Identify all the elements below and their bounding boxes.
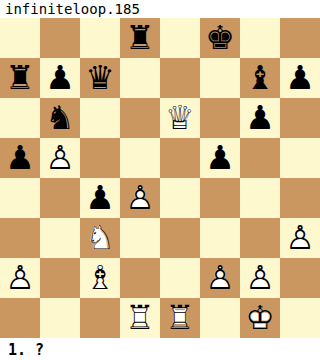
square-a1[interactable] [0, 298, 40, 338]
square-c6[interactable] [80, 98, 120, 138]
square-c7[interactable]: ♛︎ [80, 58, 120, 98]
square-c3[interactable]: ♞︎♘︎ [80, 218, 120, 258]
square-f8[interactable]: ♚︎ [200, 18, 240, 58]
square-a8[interactable] [0, 18, 40, 58]
square-d2[interactable] [120, 258, 160, 298]
square-d3[interactable] [120, 218, 160, 258]
square-g3[interactable] [240, 218, 280, 258]
white-queen-piece: ♛︎♕︎ [160, 98, 200, 138]
square-b7[interactable]: ♟︎ [40, 58, 80, 98]
square-f7[interactable] [200, 58, 240, 98]
square-e3[interactable] [160, 218, 200, 258]
square-c4[interactable]: ♟︎ [80, 178, 120, 218]
square-c8[interactable] [80, 18, 120, 58]
square-g8[interactable] [240, 18, 280, 58]
square-c2[interactable]: ♝︎♗︎ [80, 258, 120, 298]
square-f6[interactable] [200, 98, 240, 138]
square-e1[interactable]: ♜︎♖︎ [160, 298, 200, 338]
black-bishop-piece: ♝︎ [240, 58, 280, 98]
square-g4[interactable] [240, 178, 280, 218]
square-a4[interactable] [0, 178, 40, 218]
white-pawn-piece: ♟︎♙︎ [200, 258, 240, 298]
square-h4[interactable] [280, 178, 320, 218]
square-d5[interactable] [120, 138, 160, 178]
black-rook-piece: ♜︎ [120, 18, 160, 58]
white-pawn-piece: ♟︎♙︎ [40, 138, 80, 178]
square-f4[interactable] [200, 178, 240, 218]
square-b1[interactable] [40, 298, 80, 338]
square-d7[interactable] [120, 58, 160, 98]
square-b8[interactable] [40, 18, 80, 58]
square-b6[interactable]: ♞︎ [40, 98, 80, 138]
white-pawn-piece: ♟︎♙︎ [120, 178, 160, 218]
square-g2[interactable]: ♟︎♙︎ [240, 258, 280, 298]
black-knight-piece: ♞︎ [40, 98, 80, 138]
square-a3[interactable] [0, 218, 40, 258]
square-d8[interactable]: ♜︎ [120, 18, 160, 58]
square-h6[interactable] [280, 98, 320, 138]
white-pawn-piece: ♟︎♙︎ [0, 258, 40, 298]
square-e5[interactable] [160, 138, 200, 178]
white-rook-piece: ♜︎♖︎ [160, 298, 200, 338]
black-pawn-piece: ♟︎ [200, 138, 240, 178]
square-a5[interactable]: ♟︎ [0, 138, 40, 178]
square-g5[interactable] [240, 138, 280, 178]
square-h2[interactable] [280, 258, 320, 298]
square-g7[interactable]: ♝︎ [240, 58, 280, 98]
square-e4[interactable] [160, 178, 200, 218]
square-b5[interactable]: ♟︎♙︎ [40, 138, 80, 178]
black-queen-piece: ♛︎ [80, 58, 120, 98]
square-e7[interactable] [160, 58, 200, 98]
white-bishop-piece: ♝︎♗︎ [80, 258, 120, 298]
square-h7[interactable]: ♟︎ [280, 58, 320, 98]
square-h5[interactable] [280, 138, 320, 178]
square-f1[interactable] [200, 298, 240, 338]
square-c1[interactable] [80, 298, 120, 338]
black-pawn-piece: ♟︎ [240, 98, 280, 138]
square-g6[interactable]: ♟︎ [240, 98, 280, 138]
square-f5[interactable]: ♟︎ [200, 138, 240, 178]
square-d4[interactable]: ♟︎♙︎ [120, 178, 160, 218]
square-e6[interactable]: ♛︎♕︎ [160, 98, 200, 138]
black-king-piece: ♚︎ [200, 18, 240, 58]
square-h8[interactable] [280, 18, 320, 58]
square-g1[interactable]: ♚︎♔︎ [240, 298, 280, 338]
square-a6[interactable] [0, 98, 40, 138]
white-rook-piece: ♜︎♖︎ [120, 298, 160, 338]
square-f3[interactable] [200, 218, 240, 258]
puzzle-title: infiniteloop.185 [0, 0, 320, 18]
black-pawn-piece: ♟︎ [80, 178, 120, 218]
black-rook-piece: ♜︎ [0, 58, 40, 98]
white-pawn-piece: ♟︎♙︎ [240, 258, 280, 298]
square-d6[interactable] [120, 98, 160, 138]
white-pawn-piece: ♟︎♙︎ [280, 218, 320, 258]
square-b3[interactable] [40, 218, 80, 258]
square-f2[interactable]: ♟︎♙︎ [200, 258, 240, 298]
white-knight-piece: ♞︎♘︎ [80, 218, 120, 258]
square-b2[interactable] [40, 258, 80, 298]
square-d1[interactable]: ♜︎♖︎ [120, 298, 160, 338]
square-h1[interactable] [280, 298, 320, 338]
square-a2[interactable]: ♟︎♙︎ [0, 258, 40, 298]
black-pawn-piece: ♟︎ [0, 138, 40, 178]
square-e8[interactable] [160, 18, 200, 58]
square-a7[interactable]: ♜︎ [0, 58, 40, 98]
square-c5[interactable] [80, 138, 120, 178]
move-prompt: 1. ? [0, 338, 320, 360]
square-e2[interactable] [160, 258, 200, 298]
square-b4[interactable] [40, 178, 80, 218]
white-king-piece: ♚︎♔︎ [240, 298, 280, 338]
square-h3[interactable]: ♟︎♙︎ [280, 218, 320, 258]
black-pawn-piece: ♟︎ [40, 58, 80, 98]
black-pawn-piece: ♟︎ [280, 58, 320, 98]
chess-board: ♜︎♚︎♜︎♟︎♛︎♝︎♟︎♞︎♛︎♕︎♟︎♟︎♟︎♙︎♟︎♟︎♟︎♙︎♞︎♘︎… [0, 18, 320, 338]
